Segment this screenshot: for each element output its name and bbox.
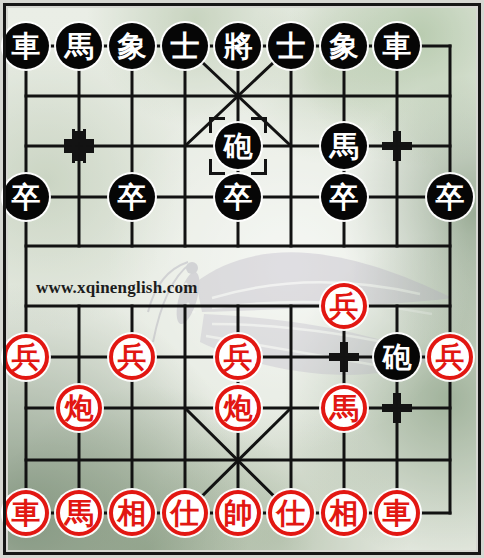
last-move-origin-marker (62, 129, 96, 163)
piece-red-soldier[interactable]: 兵 (215, 334, 261, 380)
piece-black-chariot[interactable]: 車 (3, 23, 49, 69)
board[interactable]: www.xqinenglish.com 車馬象士將士象車砲馬卒卒卒卒卒砲兵兵兵兵… (0, 0, 484, 558)
piece-red-elephant[interactable]: 相 (109, 490, 155, 536)
piece-red-soldier[interactable]: 兵 (3, 334, 49, 380)
piece-red-general[interactable]: 帥 (215, 490, 261, 536)
piece-red-chariot[interactable]: 車 (3, 490, 49, 536)
piece-red-soldier[interactable]: 兵 (109, 334, 155, 380)
piece-black-soldier[interactable]: 卒 (321, 174, 367, 220)
piece-red-cannon[interactable]: 炮 (56, 385, 102, 431)
piece-red-horse[interactable]: 馬 (321, 385, 367, 431)
piece-black-general[interactable]: 將 (215, 23, 261, 69)
piece-black-advisor[interactable]: 士 (268, 23, 314, 69)
point-marker (382, 131, 412, 161)
piece-red-soldier[interactable]: 兵 (321, 283, 367, 329)
piece-red-chariot[interactable]: 車 (374, 490, 420, 536)
piece-black-elephant[interactable]: 象 (321, 23, 367, 69)
xiangqi-diagram: www.xqinenglish.com 車馬象士將士象車砲馬卒卒卒卒卒砲兵兵兵兵… (0, 0, 484, 558)
watermark: www.xqinenglish.com (36, 278, 198, 298)
piece-black-cannon[interactable]: 砲 (374, 334, 420, 380)
piece-black-soldier[interactable]: 卒 (215, 174, 261, 220)
piece-black-elephant[interactable]: 象 (109, 23, 155, 69)
piece-black-soldier[interactable]: 卒 (427, 174, 473, 220)
point-marker (329, 342, 359, 372)
piece-red-advisor[interactable]: 仕 (162, 490, 208, 536)
piece-red-elephant[interactable]: 相 (321, 490, 367, 536)
piece-black-soldier[interactable]: 卒 (109, 174, 155, 220)
piece-black-chariot[interactable]: 車 (374, 23, 420, 69)
piece-red-horse[interactable]: 馬 (56, 490, 102, 536)
piece-black-horse[interactable]: 馬 (321, 123, 367, 169)
piece-black-soldier[interactable]: 卒 (3, 174, 49, 220)
piece-black-cannon[interactable]: 砲 (215, 123, 261, 169)
piece-red-cannon[interactable]: 炮 (215, 385, 261, 431)
piece-black-advisor[interactable]: 士 (162, 23, 208, 69)
piece-black-horse[interactable]: 馬 (56, 23, 102, 69)
point-marker (382, 393, 412, 423)
piece-red-soldier[interactable]: 兵 (427, 334, 473, 380)
piece-red-advisor[interactable]: 仕 (268, 490, 314, 536)
